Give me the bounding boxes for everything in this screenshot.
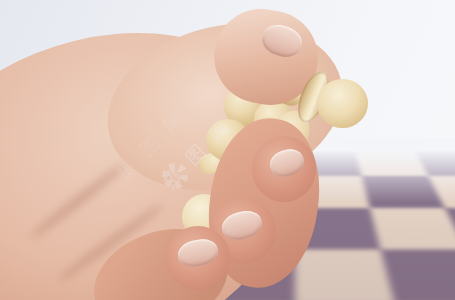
- photo-hand-holding-chess-pawns: 摄图网 摄图网: [0, 0, 455, 300]
- held-pawn-head: [317, 79, 368, 128]
